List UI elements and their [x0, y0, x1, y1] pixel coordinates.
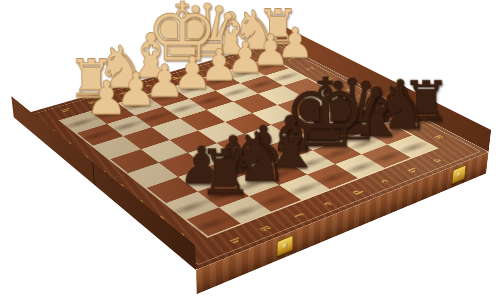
- white-pawn-glyph: ♟: [86, 75, 128, 121]
- brass-latch-front: [276, 235, 293, 257]
- latch-knob: [457, 171, 462, 178]
- scene: hgfedcba hgfedcba 12345678 12345678 ♜♞♝♚…: [0, 0, 500, 307]
- box-fold-seam: [92, 162, 95, 186]
- product-photo-chess-set: hgfedcba hgfedcba 12345678 12345678 ♜♞♝♚…: [0, 0, 500, 307]
- black-rook-glyph: ♜: [197, 142, 253, 205]
- brass-latch-right: [452, 164, 467, 184]
- folding-chess-board: hgfedcba hgfedcba 12345678 12345678 ♜♞♝♚…: [14, 42, 489, 271]
- latch-knob: [282, 242, 288, 250]
- piece-shadow: [186, 213, 236, 236]
